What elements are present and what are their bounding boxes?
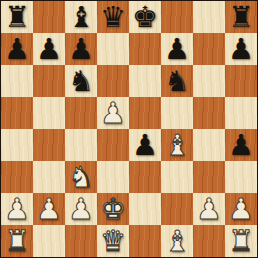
piece-white-bishop: ♝ bbox=[164, 129, 190, 161]
square-f4[interactable]: ♝ bbox=[161, 129, 193, 161]
piece-black-bishop: ♝ bbox=[68, 1, 94, 33]
piece-white-pawn: ♟ bbox=[36, 193, 62, 225]
square-f5[interactable] bbox=[161, 97, 193, 129]
square-d5[interactable]: ♟ bbox=[97, 97, 129, 129]
square-h5[interactable] bbox=[225, 97, 257, 129]
square-h3[interactable] bbox=[225, 161, 257, 193]
piece-black-knight: ♞ bbox=[68, 65, 94, 97]
square-h6[interactable] bbox=[225, 65, 257, 97]
square-h8[interactable]: ♜ bbox=[225, 1, 257, 33]
square-a3[interactable] bbox=[1, 161, 33, 193]
square-b1[interactable] bbox=[33, 225, 65, 257]
square-c6[interactable]: ♞ bbox=[65, 65, 97, 97]
piece-black-queen: ♛ bbox=[100, 1, 126, 33]
square-f1[interactable]: ♝ bbox=[161, 225, 193, 257]
square-d8[interactable]: ♛ bbox=[97, 1, 129, 33]
square-e3[interactable] bbox=[129, 161, 161, 193]
piece-black-pawn: ♟ bbox=[164, 33, 190, 65]
square-f7[interactable]: ♟ bbox=[161, 33, 193, 65]
square-b2[interactable]: ♟ bbox=[33, 193, 65, 225]
piece-black-rook: ♜ bbox=[4, 1, 30, 33]
square-c3[interactable]: ♞ bbox=[65, 161, 97, 193]
square-a6[interactable] bbox=[1, 65, 33, 97]
square-g2[interactable]: ♟ bbox=[193, 193, 225, 225]
piece-white-queen: ♛ bbox=[100, 225, 126, 257]
square-d4[interactable] bbox=[97, 129, 129, 161]
square-a1[interactable]: ♜ bbox=[1, 225, 33, 257]
square-h7[interactable]: ♟ bbox=[225, 33, 257, 65]
square-g7[interactable] bbox=[193, 33, 225, 65]
square-f2[interactable] bbox=[161, 193, 193, 225]
square-b6[interactable] bbox=[33, 65, 65, 97]
piece-white-bishop: ♝ bbox=[164, 225, 190, 257]
square-d3[interactable] bbox=[97, 161, 129, 193]
square-h4[interactable]: ♟ bbox=[225, 129, 257, 161]
piece-black-pawn: ♟ bbox=[68, 33, 94, 65]
square-h1[interactable]: ♜ bbox=[225, 225, 257, 257]
square-g3[interactable] bbox=[193, 161, 225, 193]
square-b3[interactable] bbox=[33, 161, 65, 193]
square-d6[interactable] bbox=[97, 65, 129, 97]
square-c7[interactable]: ♟ bbox=[65, 33, 97, 65]
piece-white-rook: ♜ bbox=[4, 225, 30, 257]
piece-white-pawn: ♟ bbox=[4, 193, 30, 225]
piece-black-rook: ♜ bbox=[228, 1, 254, 33]
square-c5[interactable] bbox=[65, 97, 97, 129]
square-e7[interactable] bbox=[129, 33, 161, 65]
square-f3[interactable] bbox=[161, 161, 193, 193]
chess-board: ♜♝♛♚♜♟♟♟♟♟♞♞♟♟♝♟♞♟♟♟♚♟♟♜♛♝♜ bbox=[0, 0, 258, 258]
piece-black-pawn: ♟ bbox=[228, 33, 254, 65]
square-g1[interactable] bbox=[193, 225, 225, 257]
square-c2[interactable]: ♟ bbox=[65, 193, 97, 225]
square-c4[interactable] bbox=[65, 129, 97, 161]
square-e1[interactable] bbox=[129, 225, 161, 257]
piece-black-knight: ♞ bbox=[164, 65, 190, 97]
piece-white-pawn: ♟ bbox=[68, 193, 94, 225]
piece-black-pawn: ♟ bbox=[36, 33, 62, 65]
square-e4[interactable]: ♟ bbox=[129, 129, 161, 161]
piece-white-pawn: ♟ bbox=[196, 193, 222, 225]
square-e2[interactable] bbox=[129, 193, 161, 225]
square-f6[interactable]: ♞ bbox=[161, 65, 193, 97]
piece-white-pawn: ♟ bbox=[228, 193, 254, 225]
square-c8[interactable]: ♝ bbox=[65, 1, 97, 33]
piece-white-rook: ♜ bbox=[228, 225, 254, 257]
square-a8[interactable]: ♜ bbox=[1, 1, 33, 33]
square-e5[interactable] bbox=[129, 97, 161, 129]
square-b8[interactable] bbox=[33, 1, 65, 33]
square-h2[interactable]: ♟ bbox=[225, 193, 257, 225]
piece-black-king: ♚ bbox=[132, 1, 158, 33]
piece-white-king: ♚ bbox=[100, 193, 126, 225]
square-g6[interactable] bbox=[193, 65, 225, 97]
piece-white-pawn: ♟ bbox=[100, 97, 126, 129]
square-c1[interactable] bbox=[65, 225, 97, 257]
square-b5[interactable] bbox=[33, 97, 65, 129]
square-g5[interactable] bbox=[193, 97, 225, 129]
piece-white-knight: ♞ bbox=[68, 161, 94, 193]
piece-black-pawn: ♟ bbox=[228, 129, 254, 161]
square-d1[interactable]: ♛ bbox=[97, 225, 129, 257]
square-a5[interactable] bbox=[1, 97, 33, 129]
square-d7[interactable] bbox=[97, 33, 129, 65]
square-e6[interactable] bbox=[129, 65, 161, 97]
square-a2[interactable]: ♟ bbox=[1, 193, 33, 225]
square-g8[interactable] bbox=[193, 1, 225, 33]
square-e8[interactable]: ♚ bbox=[129, 1, 161, 33]
piece-black-pawn: ♟ bbox=[4, 33, 30, 65]
square-a4[interactable] bbox=[1, 129, 33, 161]
square-f8[interactable] bbox=[161, 1, 193, 33]
square-a7[interactable]: ♟ bbox=[1, 33, 33, 65]
square-b7[interactable]: ♟ bbox=[33, 33, 65, 65]
square-g4[interactable] bbox=[193, 129, 225, 161]
piece-black-pawn: ♟ bbox=[132, 129, 158, 161]
square-b4[interactable] bbox=[33, 129, 65, 161]
square-d2[interactable]: ♚ bbox=[97, 193, 129, 225]
